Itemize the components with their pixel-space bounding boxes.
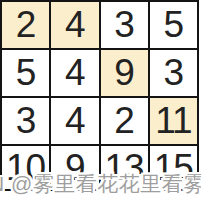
grid-cell-r3c3: 15 [150, 146, 197, 189]
grid-cell-r2c1: 4 [51, 98, 98, 144]
grid-cell-r1c2: 9 [101, 50, 148, 96]
grid-cell-r3c1: 9 [51, 146, 98, 189]
grid-cell-r3c2: 13 [101, 146, 148, 189]
grid-cell-r2c3: 11 [150, 98, 197, 144]
grid-cell-r3c0: 10 [2, 146, 49, 189]
puzzle-grid: 2 4 3 5 5 4 9 3 3 4 2 11 10 9 13 15 [0, 0, 199, 191]
grid-cell-r1c0: 5 [2, 50, 49, 96]
grid-cell-r0c0: 2 [2, 2, 49, 48]
grid-cell-r0c1: 4 [51, 2, 98, 48]
grid-cell-r1c3: 3 [150, 50, 197, 96]
grid-cell-r1c1: 4 [51, 50, 98, 96]
grid-cell-r2c2: 2 [101, 98, 148, 144]
grid-cell-r2c0: 3 [2, 98, 49, 144]
grid-cell-r0c3: 5 [150, 2, 197, 48]
grid-cell-r0c2: 3 [101, 2, 148, 48]
